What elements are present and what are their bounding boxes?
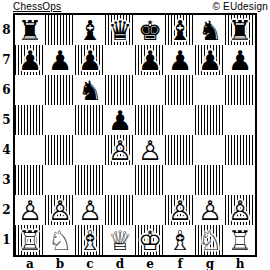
rank-labels: 87654321 [0, 13, 13, 257]
square-g3[interactable] [195, 165, 225, 195]
square-h8[interactable]: ♜ [225, 15, 255, 45]
square-a8[interactable]: ♜ [15, 15, 45, 45]
square-f8[interactable]: ♝ [165, 15, 195, 45]
piece-black-pawn: ♟ [48, 47, 72, 74]
file-label-b: b [45, 257, 75, 270]
file-label-e: e [135, 257, 165, 270]
square-f4[interactable] [165, 135, 195, 165]
file-labels: abcdefgh [13, 257, 270, 270]
square-a5[interactable] [15, 105, 45, 135]
square-f1[interactable]: ♗ [165, 225, 195, 255]
square-f5[interactable] [165, 105, 195, 135]
square-d3[interactable] [105, 165, 135, 195]
square-e3[interactable] [135, 165, 165, 195]
piece-black-bishop: ♝ [78, 17, 102, 44]
piece-white-pawn: ♙ [198, 197, 222, 224]
square-b5[interactable] [45, 105, 75, 135]
square-g5[interactable] [195, 105, 225, 135]
chess-board: ♜♝♛♚♝♞♜♟♟♟♟♟♟♟♞♟♙♙♙♙♙♙♙♙♖♘♗♕♔♗♘♖ [13, 13, 257, 257]
file-label-c: c [75, 257, 105, 270]
piece-black-queen: ♛ [108, 17, 132, 44]
square-a6[interactable] [15, 75, 45, 105]
square-a7[interactable]: ♟ [15, 45, 45, 75]
square-g6[interactable] [195, 75, 225, 105]
square-f3[interactable] [165, 165, 195, 195]
square-a3[interactable] [15, 165, 45, 195]
square-g7[interactable]: ♟ [195, 45, 225, 75]
square-g4[interactable] [195, 135, 225, 165]
square-e7[interactable]: ♟ [135, 45, 165, 75]
square-c5[interactable] [75, 105, 105, 135]
file-label-g: g [195, 257, 225, 270]
square-b8[interactable] [45, 15, 75, 45]
square-g2[interactable]: ♙ [195, 195, 225, 225]
file-label-f: f [165, 257, 195, 270]
rank-label-6: 6 [0, 75, 13, 105]
square-e8[interactable]: ♚ [135, 15, 165, 45]
square-f2[interactable]: ♙ [165, 195, 195, 225]
piece-white-knight: ♘ [198, 227, 222, 254]
square-a4[interactable] [15, 135, 45, 165]
piece-black-king: ♚ [138, 17, 162, 44]
square-g1[interactable]: ♘ [195, 225, 225, 255]
square-g8[interactable]: ♞ [195, 15, 225, 45]
square-e5[interactable] [135, 105, 165, 135]
piece-white-queen: ♕ [108, 227, 132, 254]
square-h4[interactable] [225, 135, 255, 165]
piece-white-pawn: ♙ [168, 197, 192, 224]
square-b7[interactable]: ♟ [45, 45, 75, 75]
piece-white-pawn: ♙ [108, 137, 132, 164]
board-area: 87654321 ♜♝♛♚♝♞♜♟♟♟♟♟♟♟♞♟♙♙♙♙♙♙♙♙♖♘♗♕♔♗♘… [0, 13, 270, 257]
square-b2[interactable]: ♙ [45, 195, 75, 225]
rank-label-8: 8 [0, 15, 13, 45]
square-h7[interactable]: ♟ [225, 45, 255, 75]
square-d1[interactable]: ♕ [105, 225, 135, 255]
piece-white-pawn: ♙ [228, 197, 252, 224]
rank-label-3: 3 [0, 165, 13, 195]
piece-black-pawn: ♟ [138, 47, 162, 74]
piece-black-pawn: ♟ [168, 47, 192, 74]
piece-black-knight: ♞ [78, 77, 102, 104]
piece-white-bishop: ♗ [78, 227, 102, 254]
square-b1[interactable]: ♘ [45, 225, 75, 255]
square-c7[interactable]: ♟ [75, 45, 105, 75]
square-e1[interactable]: ♔ [135, 225, 165, 255]
piece-white-bishop: ♗ [168, 227, 192, 254]
file-label-h: h [225, 257, 255, 270]
rank-label-5: 5 [0, 105, 13, 135]
piece-white-pawn: ♙ [138, 137, 162, 164]
square-b3[interactable] [45, 165, 75, 195]
rank-label-4: 4 [0, 135, 13, 165]
square-b6[interactable] [45, 75, 75, 105]
piece-black-rook: ♜ [228, 17, 252, 44]
square-e2[interactable] [135, 195, 165, 225]
piece-black-pawn: ♟ [198, 47, 222, 74]
square-c2[interactable]: ♙ [75, 195, 105, 225]
square-d5[interactable]: ♟ [105, 105, 135, 135]
piece-black-pawn: ♟ [108, 107, 132, 134]
square-a2[interactable]: ♙ [15, 195, 45, 225]
square-h3[interactable] [225, 165, 255, 195]
square-f7[interactable]: ♟ [165, 45, 195, 75]
rank-label-7: 7 [0, 45, 13, 75]
rank-label-1: 1 [0, 225, 13, 255]
piece-white-pawn: ♙ [78, 197, 102, 224]
chessops-window: ChessOps © EUdesign 87654321 ♜♝♛♚♝♞♜♟♟♟♟… [0, 0, 270, 270]
copyright-credit: © EUdesign [212, 1, 268, 12]
piece-black-pawn: ♟ [18, 47, 42, 74]
piece-white-pawn: ♙ [18, 197, 42, 224]
piece-white-rook: ♖ [18, 227, 42, 254]
piece-white-rook: ♖ [228, 227, 252, 254]
square-h6[interactable] [225, 75, 255, 105]
piece-black-pawn: ♟ [78, 47, 102, 74]
square-d7[interactable] [105, 45, 135, 75]
square-d6[interactable] [105, 75, 135, 105]
square-h5[interactable] [225, 105, 255, 135]
square-h1[interactable]: ♖ [225, 225, 255, 255]
square-a1[interactable]: ♖ [15, 225, 45, 255]
title-bar: ChessOps © EUdesign [0, 0, 270, 13]
square-f6[interactable] [165, 75, 195, 105]
piece-white-king: ♔ [138, 227, 162, 254]
square-h2[interactable]: ♙ [225, 195, 255, 225]
piece-black-bishop: ♝ [168, 17, 192, 44]
square-d4[interactable]: ♙ [105, 135, 135, 165]
square-b4[interactable] [45, 135, 75, 165]
square-e4[interactable]: ♙ [135, 135, 165, 165]
square-c4[interactable] [75, 135, 105, 165]
piece-black-rook: ♜ [18, 17, 42, 44]
square-c8[interactable]: ♝ [75, 15, 105, 45]
file-label-a: a [15, 257, 45, 270]
square-c1[interactable]: ♗ [75, 225, 105, 255]
file-label-d: d [105, 257, 135, 270]
piece-black-knight: ♞ [198, 17, 222, 44]
piece-black-pawn: ♟ [228, 47, 252, 74]
piece-white-knight: ♘ [48, 227, 72, 254]
rank-label-2: 2 [0, 195, 13, 225]
square-c3[interactable] [75, 165, 105, 195]
square-d8[interactable]: ♛ [105, 15, 135, 45]
square-e6[interactable] [135, 75, 165, 105]
piece-white-pawn: ♙ [48, 197, 72, 224]
app-title: ChessOps [13, 1, 61, 12]
square-c6[interactable]: ♞ [75, 75, 105, 105]
square-d2[interactable] [105, 195, 135, 225]
